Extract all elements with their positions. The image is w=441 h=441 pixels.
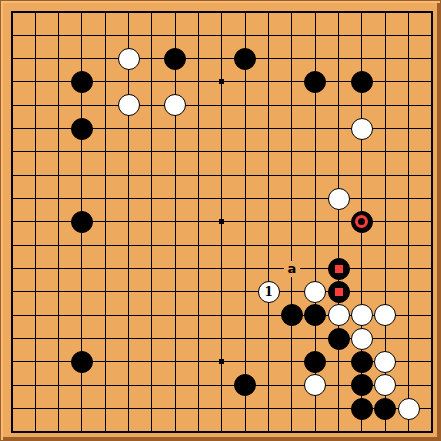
stone-white-O7: ○ [304,281,326,303]
stone-white-Q14: ○ [351,118,373,140]
star-point [219,359,224,364]
stone-black-H17: ● [164,48,186,70]
black-stone-glyph: ● [305,72,325,92]
black-stone-glyph: ● [375,399,395,419]
stone-black-Q16: ● [351,71,373,93]
grid-line-v-17 [408,11,409,433]
stone-white-Q5: ○ [351,328,373,350]
white-stone-glyph: ○ [375,375,395,395]
grid-line-h-11 [11,268,433,269]
black-stone-glyph: ● [329,329,349,349]
white-stone-glyph: ○ [119,49,139,69]
grid-line-v-18 [431,11,433,433]
grid-line-v-14 [338,11,339,433]
stone-black-D4: ● [71,351,93,373]
grid-line-h-18 [11,431,433,433]
stone-black-O6: ● [304,304,326,326]
black-stone-glyph: ● [72,72,92,92]
point-label-a: a [284,261,300,277]
black-stone-glyph: ● [72,119,92,139]
black-stone-glyph: ● [352,399,372,419]
stone-black-O4: ● [304,351,326,373]
stone-black-Q2: ● [351,398,373,420]
white-stone-glyph: ○ [352,329,372,349]
move-number-label: 1 [259,282,279,302]
stone-white-S2: ○ [398,398,420,420]
stone-black-P8: ● [328,258,350,280]
black-stone-glyph: ● [235,375,255,395]
stone-white-O3: ○ [304,374,326,396]
stone-white-P6: ○ [328,304,350,326]
stone-white-F17: ○ [118,48,140,70]
stone-black-Q4: ● [351,351,373,373]
stone-white-Q6: ○ [351,304,373,326]
white-stone-glyph: ○ [352,119,372,139]
white-stone-glyph: ○ [119,95,139,115]
stone-black-Q3: ● [351,374,373,396]
stone-black-O16: ● [304,71,326,93]
black-stone-glyph: ● [72,212,92,232]
stone-white-M7: ○1 [258,281,280,303]
black-stone-glyph: ● [305,352,325,372]
grid-line-v-10 [245,11,246,433]
stone-black-L17: ● [234,48,256,70]
white-stone-glyph: ○ [305,282,325,302]
star-point [219,219,224,224]
square-marker-icon [335,288,343,296]
black-stone-glyph: ● [165,49,185,69]
white-stone-glyph: ○ [165,95,185,115]
stone-black-R2: ● [374,398,396,420]
go-board: a●●●●●●●●●●●●●●●●●●●●○○○○○○1○○○○○○○○○ [0,0,441,441]
white-stone-glyph: ○ [399,399,419,419]
stone-black-N6: ● [281,304,303,326]
stone-white-R4: ○ [374,351,396,373]
black-stone-glyph: ● [282,305,302,325]
black-stone-glyph: ● [305,305,325,325]
white-stone-glyph: ○ [329,189,349,209]
square-marker-icon [335,265,343,273]
stone-black-D16: ● [71,71,93,93]
stone-white-R3: ○ [374,374,396,396]
stone-black-L3: ● [234,374,256,396]
black-stone-glyph: ● [352,375,372,395]
grid-line-h-10 [11,245,433,246]
stone-white-R6: ○ [374,304,396,326]
stone-white-H15: ○ [164,94,186,116]
white-stone-glyph: ○ [305,375,325,395]
black-stone-glyph: ● [352,72,372,92]
page: a●●●●●●●●●●●●●●●●●●●●○○○○○○1○○○○○○○○○ [0,0,441,441]
stone-black-D10: ● [71,211,93,233]
white-stone-glyph: ○ [375,305,395,325]
stone-white-P11: ○ [328,188,350,210]
grid-line-v-12 [291,11,292,433]
stone-black-P5: ● [328,328,350,350]
stone-black-D14: ● [71,118,93,140]
white-stone-glyph: ○ [375,352,395,372]
black-stone-glyph: ● [72,352,92,372]
circle-marker-icon [355,215,368,228]
grid-line-v-11 [268,11,269,433]
grid-line-h-12 [11,291,433,292]
white-stone-glyph: ○ [329,305,349,325]
stone-black-P7: ● [328,281,350,303]
stone-white-F15: ○ [118,94,140,116]
star-point [219,79,224,84]
white-stone-glyph: ○ [352,305,372,325]
stone-black-Q10: ● [351,211,373,233]
black-stone-glyph: ● [352,352,372,372]
black-stone-glyph: ● [235,49,255,69]
